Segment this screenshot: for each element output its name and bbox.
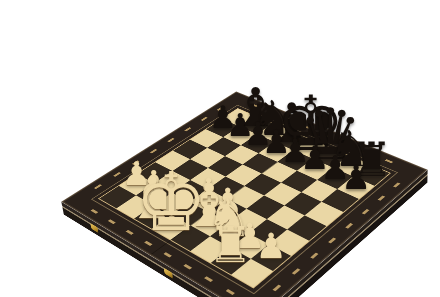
- brass-clasp: [164, 268, 173, 279]
- square-d1: [152, 215, 190, 240]
- square-c1: [134, 205, 172, 229]
- square-h7: [338, 176, 375, 198]
- square-g5: [284, 192, 322, 215]
- brass-clasp: [90, 223, 98, 233]
- square-b1: [116, 195, 153, 218]
- square-f4: [246, 195, 284, 218]
- square-g6: [301, 180, 338, 202]
- chess-set: [47, 10, 435, 281]
- square-d2: [171, 202, 209, 226]
- square-e4: [227, 186, 264, 209]
- square-h1: [232, 259, 273, 287]
- photo-stage: ♝♞♝♚♛♞♜♟♟♟♟♟♟♟♟♝♚♜♝♞♟♟♟♟♟♟: [0, 0, 440, 297]
- square-h2: [251, 244, 291, 271]
- square-g1: [210, 247, 250, 274]
- frame-ticks-right: [266, 178, 406, 297]
- square-f5: [264, 183, 301, 206]
- square-e3: [209, 199, 247, 223]
- frame-ticks-bottom: [85, 206, 243, 297]
- square-h4: [288, 215, 327, 240]
- square-h5: [305, 202, 343, 226]
- square-g4: [267, 205, 305, 229]
- square-f2: [210, 222, 249, 247]
- square-h6: [322, 189, 360, 212]
- square-e2: [190, 212, 228, 236]
- square-f3: [228, 209, 266, 233]
- square-g3: [249, 219, 288, 244]
- square-g2: [230, 233, 270, 259]
- square-e1: [171, 226, 210, 251]
- square-h3: [270, 229, 310, 255]
- square-d3: [190, 189, 227, 212]
- square-c2: [153, 192, 190, 215]
- square-f1: [190, 236, 230, 262]
